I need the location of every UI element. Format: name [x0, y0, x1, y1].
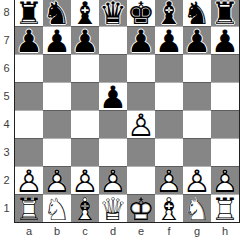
piece-glyph-outline: ♙ [15, 167, 43, 194]
square-g3[interactable] [183, 138, 211, 166]
file-label-d: d [99, 223, 127, 240]
piece-glyph-fill: ♟ [127, 111, 155, 138]
white-queen[interactable]: ♛♕ [99, 195, 127, 222]
piece-glyph: ♟ [211, 27, 239, 54]
square-c7[interactable]: ♟ [71, 26, 99, 54]
square-e7[interactable]: ♟ [127, 26, 155, 54]
file-label-b: b [43, 223, 71, 240]
square-c8[interactable]: ♝ [71, 0, 99, 26]
piece-glyph: ♛ [99, 0, 127, 26]
black-knight[interactable]: ♞ [183, 0, 211, 26]
white-bishop[interactable]: ♝♗ [155, 195, 183, 222]
white-knight[interactable]: ♞♘ [183, 195, 211, 222]
piece-glyph: ♟ [15, 27, 43, 54]
piece-glyph-outline: ♙ [155, 167, 183, 194]
square-c3[interactable] [71, 138, 99, 166]
piece-glyph-outline: ♙ [99, 167, 127, 194]
piece-glyph-fill: ♜ [15, 195, 43, 222]
square-b3[interactable] [43, 138, 71, 166]
square-g2[interactable]: ♟♙ [183, 166, 211, 194]
square-e4[interactable]: ♟♙ [127, 110, 155, 138]
black-pawn[interactable]: ♟ [211, 27, 239, 54]
file-labels: abcdefgh [15, 223, 239, 240]
square-f5[interactable] [155, 82, 183, 110]
piece-glyph-outline: ♙ [71, 167, 99, 194]
square-g5[interactable] [183, 82, 211, 110]
piece-glyph-fill: ♚ [127, 195, 155, 222]
white-pawn[interactable]: ♟♙ [155, 167, 183, 194]
square-g1[interactable]: ♞♘ [183, 194, 211, 222]
square-c2[interactable]: ♟♙ [71, 166, 99, 194]
black-pawn[interactable]: ♟ [15, 27, 43, 54]
piece-glyph: ♝ [71, 0, 99, 26]
black-queen[interactable]: ♛ [99, 0, 127, 26]
square-b2[interactable]: ♟♙ [43, 166, 71, 194]
square-h3[interactable] [211, 138, 239, 166]
square-e2[interactable] [127, 166, 155, 194]
square-b6[interactable] [43, 54, 71, 82]
piece-glyph-outline: ♙ [127, 111, 155, 138]
piece-glyph: ♚ [127, 0, 155, 26]
piece-glyph-fill: ♟ [15, 167, 43, 194]
square-a7[interactable]: ♟ [15, 26, 43, 54]
piece-glyph-fill: ♟ [71, 167, 99, 194]
square-d7[interactable] [99, 26, 127, 54]
black-pawn[interactable]: ♟ [71, 27, 99, 54]
square-f3[interactable] [155, 138, 183, 166]
white-king[interactable]: ♚♔ [127, 195, 155, 222]
black-knight[interactable]: ♞ [43, 0, 71, 26]
rank-label-7: 7 [0, 26, 13, 54]
white-rook[interactable]: ♜♖ [211, 195, 239, 222]
square-h1[interactable]: ♜♖ [211, 194, 239, 222]
piece-glyph-outline: ♙ [211, 167, 239, 194]
file-label-f: f [155, 223, 183, 240]
piece-glyph-outline: ♔ [127, 195, 155, 222]
square-b7[interactable]: ♟ [43, 26, 71, 54]
black-bishop[interactable]: ♝ [71, 0, 99, 26]
rank-label-8: 8 [0, 0, 13, 26]
square-h6[interactable] [211, 54, 239, 82]
square-d8[interactable]: ♛ [99, 0, 127, 26]
file-label-h: h [211, 223, 239, 240]
piece-glyph: ♜ [211, 0, 239, 26]
piece-glyph: ♝ [155, 0, 183, 26]
rank-label-6: 6 [0, 54, 13, 82]
square-d2[interactable]: ♟♙ [99, 166, 127, 194]
white-pawn[interactable]: ♟♙ [15, 167, 43, 194]
white-pawn[interactable]: ♟♙ [99, 167, 127, 194]
black-bishop[interactable]: ♝ [155, 0, 183, 26]
black-pawn[interactable]: ♟ [127, 27, 155, 54]
square-a4[interactable] [15, 110, 43, 138]
piece-glyph: ♟ [183, 27, 211, 54]
square-a6[interactable] [15, 54, 43, 82]
square-d4[interactable] [99, 110, 127, 138]
white-pawn[interactable]: ♟♙ [43, 167, 71, 194]
square-d3[interactable] [99, 138, 127, 166]
black-pawn[interactable]: ♟ [183, 27, 211, 54]
piece-glyph-fill: ♟ [183, 167, 211, 194]
white-pawn[interactable]: ♟♙ [211, 167, 239, 194]
piece-glyph-fill: ♝ [155, 195, 183, 222]
piece-glyph-outline: ♕ [99, 195, 127, 222]
piece-glyph-outline: ♙ [43, 167, 71, 194]
square-b1[interactable]: ♞♘ [43, 194, 71, 222]
piece-glyph: ♟ [43, 27, 71, 54]
piece-glyph-outline: ♖ [15, 195, 43, 222]
square-f4[interactable] [155, 110, 183, 138]
piece-glyph-fill: ♞ [43, 195, 71, 222]
rank-label-1: 1 [0, 194, 13, 222]
piece-glyph-fill: ♞ [183, 195, 211, 222]
piece-glyph-fill: ♟ [99, 167, 127, 194]
white-bishop[interactable]: ♝♗ [71, 195, 99, 222]
square-c6[interactable] [71, 54, 99, 82]
black-pawn[interactable]: ♟ [99, 83, 127, 110]
square-a8[interactable]: ♜ [15, 0, 43, 26]
square-c1[interactable]: ♝♗ [71, 194, 99, 222]
square-h2[interactable]: ♟♙ [211, 166, 239, 194]
piece-glyph: ♞ [183, 0, 211, 26]
file-label-e: e [127, 223, 155, 240]
rank-labels: 87654321 [0, 0, 13, 240]
chessboard-app: 87654321 ♜♞♝♛♚♝♞♜♟♟♟♟♟♟♟♟♟♙♟♙♟♙♟♙♟♙♟♙♟♙♟… [0, 0, 240, 240]
piece-glyph-fill: ♟ [155, 167, 183, 194]
piece-glyph-outline: ♘ [183, 195, 211, 222]
black-king[interactable]: ♚ [127, 0, 155, 26]
piece-glyph-fill: ♝ [71, 195, 99, 222]
white-pawn[interactable]: ♟♙ [127, 111, 155, 138]
square-a5[interactable] [15, 82, 43, 110]
black-pawn[interactable]: ♟ [43, 27, 71, 54]
piece-glyph: ♟ [127, 27, 155, 54]
piece-glyph: ♟ [99, 83, 127, 110]
piece-glyph-outline: ♙ [183, 167, 211, 194]
piece-glyph-outline: ♗ [155, 195, 183, 222]
piece-glyph-fill: ♟ [211, 167, 239, 194]
piece-glyph-outline: ♘ [43, 195, 71, 222]
square-e5[interactable] [127, 82, 155, 110]
square-f1[interactable]: ♝♗ [155, 194, 183, 222]
square-f8[interactable]: ♝ [155, 0, 183, 26]
square-g7[interactable]: ♟ [183, 26, 211, 54]
square-h5[interactable] [211, 82, 239, 110]
black-pawn[interactable]: ♟ [155, 27, 183, 54]
black-rook[interactable]: ♜ [15, 0, 43, 26]
square-f2[interactable]: ♟♙ [155, 166, 183, 194]
piece-glyph-fill: ♛ [99, 195, 127, 222]
square-e8[interactable]: ♚ [127, 0, 155, 26]
white-knight[interactable]: ♞♘ [43, 195, 71, 222]
black-rook[interactable]: ♜ [211, 0, 239, 26]
rank-label-3: 3 [0, 138, 13, 166]
square-f7[interactable]: ♟ [155, 26, 183, 54]
square-b4[interactable] [43, 110, 71, 138]
square-h7[interactable]: ♟ [211, 26, 239, 54]
square-e3[interactable] [127, 138, 155, 166]
white-pawn[interactable]: ♟♙ [71, 167, 99, 194]
square-a2[interactable]: ♟♙ [15, 166, 43, 194]
board: ♜♞♝♛♚♝♞♜♟♟♟♟♟♟♟♟♟♙♟♙♟♙♟♙♟♙♟♙♟♙♟♙♜♖♞♘♝♗♛♕… [14, 0, 240, 223]
square-b8[interactable]: ♞ [43, 0, 71, 26]
square-g6[interactable] [183, 54, 211, 82]
white-pawn[interactable]: ♟♙ [183, 167, 211, 194]
square-a3[interactable] [15, 138, 43, 166]
file-label-c: c [71, 223, 99, 240]
piece-glyph: ♟ [71, 27, 99, 54]
square-g8[interactable]: ♞ [183, 0, 211, 26]
square-c4[interactable] [71, 110, 99, 138]
piece-glyph: ♞ [43, 0, 71, 26]
square-a1[interactable]: ♜♖ [15, 194, 43, 222]
piece-glyph-outline: ♗ [71, 195, 99, 222]
rank-label-2: 2 [0, 166, 13, 194]
piece-glyph-outline: ♖ [211, 195, 239, 222]
file-label-g: g [183, 223, 211, 240]
piece-glyph-fill: ♟ [43, 167, 71, 194]
square-b5[interactable] [43, 82, 71, 110]
white-rook[interactable]: ♜♖ [15, 195, 43, 222]
square-e1[interactable]: ♚♔ [127, 194, 155, 222]
square-d6[interactable] [99, 54, 127, 82]
piece-glyph: ♜ [15, 0, 43, 26]
square-e6[interactable] [127, 54, 155, 82]
square-d5[interactable]: ♟ [99, 82, 127, 110]
square-d1[interactable]: ♛♕ [99, 194, 127, 222]
square-h8[interactable]: ♜ [211, 0, 239, 26]
rank-label-5: 5 [0, 82, 13, 110]
square-h4[interactable] [211, 110, 239, 138]
square-g4[interactable] [183, 110, 211, 138]
square-f6[interactable] [155, 54, 183, 82]
piece-glyph-fill: ♜ [211, 195, 239, 222]
rank-label-4: 4 [0, 110, 13, 138]
square-c5[interactable] [71, 82, 99, 110]
piece-glyph: ♟ [155, 27, 183, 54]
file-label-a: a [15, 223, 43, 240]
